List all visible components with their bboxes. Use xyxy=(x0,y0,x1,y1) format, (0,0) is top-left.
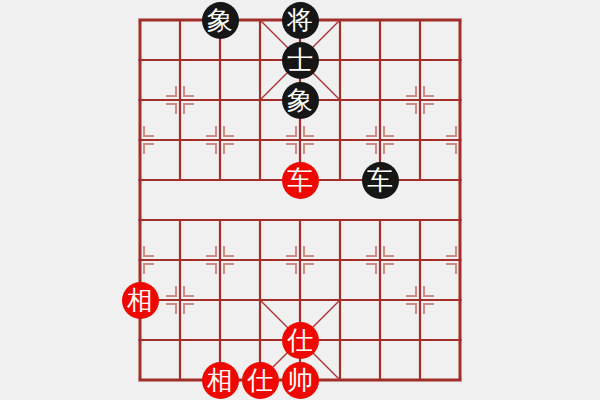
xiangqi-board[interactable]: 象将士象车车相仕相仕帅 xyxy=(0,0,600,400)
piece-black-elephant[interactable]: 象 xyxy=(202,2,239,39)
pieces-layer: 象将士象车车相仕相仕帅 xyxy=(0,0,600,400)
piece-black-general[interactable]: 将 xyxy=(282,2,319,39)
piece-red-general[interactable]: 帅 xyxy=(282,362,319,399)
piece-black-elephant[interactable]: 象 xyxy=(282,82,319,119)
piece-red-chariot[interactable]: 车 xyxy=(282,162,319,199)
piece-red-elephant[interactable]: 相 xyxy=(202,362,239,399)
piece-black-advisor[interactable]: 士 xyxy=(282,42,319,79)
piece-red-elephant[interactable]: 相 xyxy=(122,282,159,319)
piece-red-advisor[interactable]: 仕 xyxy=(242,362,279,399)
piece-black-chariot[interactable]: 车 xyxy=(362,162,399,199)
piece-red-advisor[interactable]: 仕 xyxy=(282,322,319,359)
